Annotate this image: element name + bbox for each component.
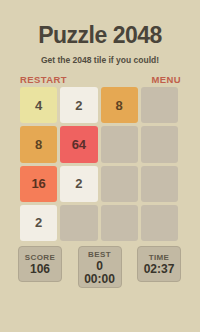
score-value: 106 [30, 263, 50, 276]
tile-64: 64 [60, 126, 97, 162]
tile-2: 2 [60, 166, 97, 202]
board-cell-empty [141, 87, 178, 123]
tile-2: 2 [60, 87, 97, 123]
time-box: TIME 02:37 [137, 246, 181, 282]
tile-16: 16 [20, 166, 57, 202]
board-cell-empty [60, 205, 97, 241]
board-cell-empty [101, 166, 138, 202]
best-time-value: 00:00 [84, 273, 115, 286]
best-box: BEST 0 00:00 [78, 246, 122, 288]
menu-button[interactable]: MENU [151, 74, 181, 85]
toolbar: RESTART MENU [20, 73, 181, 86]
tile-8: 8 [101, 87, 138, 123]
best-label: BEST [88, 249, 111, 260]
best-value: 0 [96, 260, 103, 273]
stats-panel: SCORE 106 BEST 0 00:00 TIME 02:37 [18, 246, 181, 288]
tile-2: 2 [20, 205, 57, 241]
score-box: SCORE 106 [18, 246, 62, 282]
tile-4: 4 [20, 87, 57, 123]
page-title: Puzzle 2048 [0, 22, 200, 49]
app: Puzzle 2048 Get the 2048 tile if you cou… [0, 0, 200, 332]
board-cell-empty [141, 205, 178, 241]
tile-8: 8 [20, 126, 57, 162]
board-cell-empty [141, 126, 178, 162]
page-subtitle: Get the 2048 tile if you could! [0, 55, 200, 65]
board[interactable]: 4288641622 [20, 87, 178, 241]
restart-button[interactable]: RESTART [20, 74, 67, 85]
board-cell-empty [101, 126, 138, 162]
time-value: 02:37 [144, 263, 175, 276]
board-cell-empty [141, 166, 178, 202]
board-cell-empty [101, 205, 138, 241]
